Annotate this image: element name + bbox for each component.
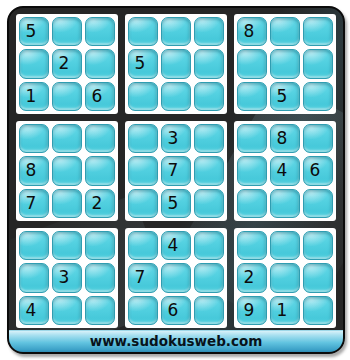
cell-r5c7[interactable] bbox=[237, 156, 267, 185]
cell-r5c1[interactable]: 8 bbox=[19, 156, 49, 185]
cell-r7c3[interactable] bbox=[85, 231, 115, 260]
cell-r4c5[interactable]: 3 bbox=[161, 124, 191, 153]
cell-r4c7[interactable] bbox=[237, 124, 267, 153]
cell-r1c1[interactable]: 5 bbox=[19, 17, 49, 46]
cell-r6c8[interactable] bbox=[270, 189, 300, 218]
cell-r5c3[interactable] bbox=[85, 156, 115, 185]
cell-r5c5[interactable]: 7 bbox=[161, 156, 191, 185]
cell-r1c9[interactable] bbox=[303, 17, 333, 46]
cell-r1c5[interactable] bbox=[161, 17, 191, 46]
cell-r8c1[interactable] bbox=[19, 263, 49, 292]
footer-url[interactable]: www.sudokusweb.com bbox=[9, 330, 343, 352]
cell-r4c3[interactable] bbox=[85, 124, 115, 153]
cell-r6c3[interactable]: 2 bbox=[85, 189, 115, 218]
box-r1c3: 85 bbox=[234, 14, 336, 114]
box-r1c2: 5 bbox=[125, 14, 227, 114]
cell-r4c6[interactable] bbox=[194, 124, 224, 153]
cell-r9c8[interactable]: 1 bbox=[270, 296, 300, 325]
cell-r3c6[interactable] bbox=[194, 82, 224, 111]
cell-r7c9[interactable] bbox=[303, 231, 333, 260]
cell-r5c2[interactable] bbox=[52, 156, 82, 185]
box-r3c2: 476 bbox=[125, 228, 227, 328]
cell-r8c7[interactable]: 2 bbox=[237, 263, 267, 292]
cell-r7c7[interactable] bbox=[237, 231, 267, 260]
cell-r7c4[interactable] bbox=[128, 231, 158, 260]
cell-r6c1[interactable]: 7 bbox=[19, 189, 49, 218]
cell-r2c9[interactable] bbox=[303, 49, 333, 78]
cell-r3c7[interactable] bbox=[237, 82, 267, 111]
box-r1c1: 5216 bbox=[16, 14, 118, 114]
cell-r2c1[interactable] bbox=[19, 49, 49, 78]
cell-r3c9[interactable] bbox=[303, 82, 333, 111]
cell-r8c3[interactable] bbox=[85, 263, 115, 292]
cell-r1c7[interactable]: 8 bbox=[237, 17, 267, 46]
cell-r7c6[interactable] bbox=[194, 231, 224, 260]
cell-r1c3[interactable] bbox=[85, 17, 115, 46]
cell-r5c6[interactable] bbox=[194, 156, 224, 185]
cell-r3c3[interactable]: 6 bbox=[85, 82, 115, 111]
cell-r2c3[interactable] bbox=[85, 49, 115, 78]
cell-r6c7[interactable] bbox=[237, 189, 267, 218]
cell-r9c4[interactable] bbox=[128, 296, 158, 325]
cell-r4c1[interactable] bbox=[19, 124, 49, 153]
cell-r3c2[interactable] bbox=[52, 82, 82, 111]
cell-r7c1[interactable] bbox=[19, 231, 49, 260]
box-r2c1: 872 bbox=[16, 121, 118, 221]
cell-r2c5[interactable] bbox=[161, 49, 191, 78]
cell-r9c6[interactable] bbox=[194, 296, 224, 325]
cell-r6c9[interactable] bbox=[303, 189, 333, 218]
sudoku-board: 521658587237584634476291 bbox=[16, 14, 336, 328]
cell-r9c1[interactable]: 4 bbox=[19, 296, 49, 325]
cell-r9c5[interactable]: 6 bbox=[161, 296, 191, 325]
cell-r1c4[interactable] bbox=[128, 17, 158, 46]
cell-r5c9[interactable]: 6 bbox=[303, 156, 333, 185]
cell-r3c4[interactable] bbox=[128, 82, 158, 111]
cell-r8c9[interactable] bbox=[303, 263, 333, 292]
cell-r4c8[interactable]: 8 bbox=[270, 124, 300, 153]
cell-r7c5[interactable]: 4 bbox=[161, 231, 191, 260]
cell-r9c9[interactable] bbox=[303, 296, 333, 325]
cell-r4c9[interactable] bbox=[303, 124, 333, 153]
cell-r3c5[interactable] bbox=[161, 82, 191, 111]
cell-r5c8[interactable]: 4 bbox=[270, 156, 300, 185]
cell-r6c2[interactable] bbox=[52, 189, 82, 218]
cell-r5c4[interactable] bbox=[128, 156, 158, 185]
box-r3c3: 291 bbox=[234, 228, 336, 328]
cell-r1c6[interactable] bbox=[194, 17, 224, 46]
cell-r9c2[interactable] bbox=[52, 296, 82, 325]
cell-r8c8[interactable] bbox=[270, 263, 300, 292]
cell-r3c1[interactable]: 1 bbox=[19, 82, 49, 111]
cell-r8c4[interactable]: 7 bbox=[128, 263, 158, 292]
cell-r2c6[interactable] bbox=[194, 49, 224, 78]
board-frame: 521658587237584634476291 www.sudokusweb.… bbox=[7, 6, 345, 354]
box-r3c1: 34 bbox=[16, 228, 118, 328]
cell-r3c8[interactable]: 5 bbox=[270, 82, 300, 111]
cell-r6c4[interactable] bbox=[128, 189, 158, 218]
cell-r4c2[interactable] bbox=[52, 124, 82, 153]
cell-r8c5[interactable] bbox=[161, 263, 191, 292]
cell-r9c7[interactable]: 9 bbox=[237, 296, 267, 325]
cell-r2c2[interactable]: 2 bbox=[52, 49, 82, 78]
cell-r1c8[interactable] bbox=[270, 17, 300, 46]
box-r2c3: 846 bbox=[234, 121, 336, 221]
cell-r7c2[interactable] bbox=[52, 231, 82, 260]
cell-r8c6[interactable] bbox=[194, 263, 224, 292]
box-r2c2: 375 bbox=[125, 121, 227, 221]
cell-r2c4[interactable]: 5 bbox=[128, 49, 158, 78]
cell-r9c3[interactable] bbox=[85, 296, 115, 325]
cell-r8c2[interactable]: 3 bbox=[52, 263, 82, 292]
cell-r6c5[interactable]: 5 bbox=[161, 189, 191, 218]
cell-r2c8[interactable] bbox=[270, 49, 300, 78]
cell-r1c2[interactable] bbox=[52, 17, 82, 46]
cell-r7c8[interactable] bbox=[270, 231, 300, 260]
cell-r6c6[interactable] bbox=[194, 189, 224, 218]
cell-r4c4[interactable] bbox=[128, 124, 158, 153]
cell-r2c7[interactable] bbox=[237, 49, 267, 78]
